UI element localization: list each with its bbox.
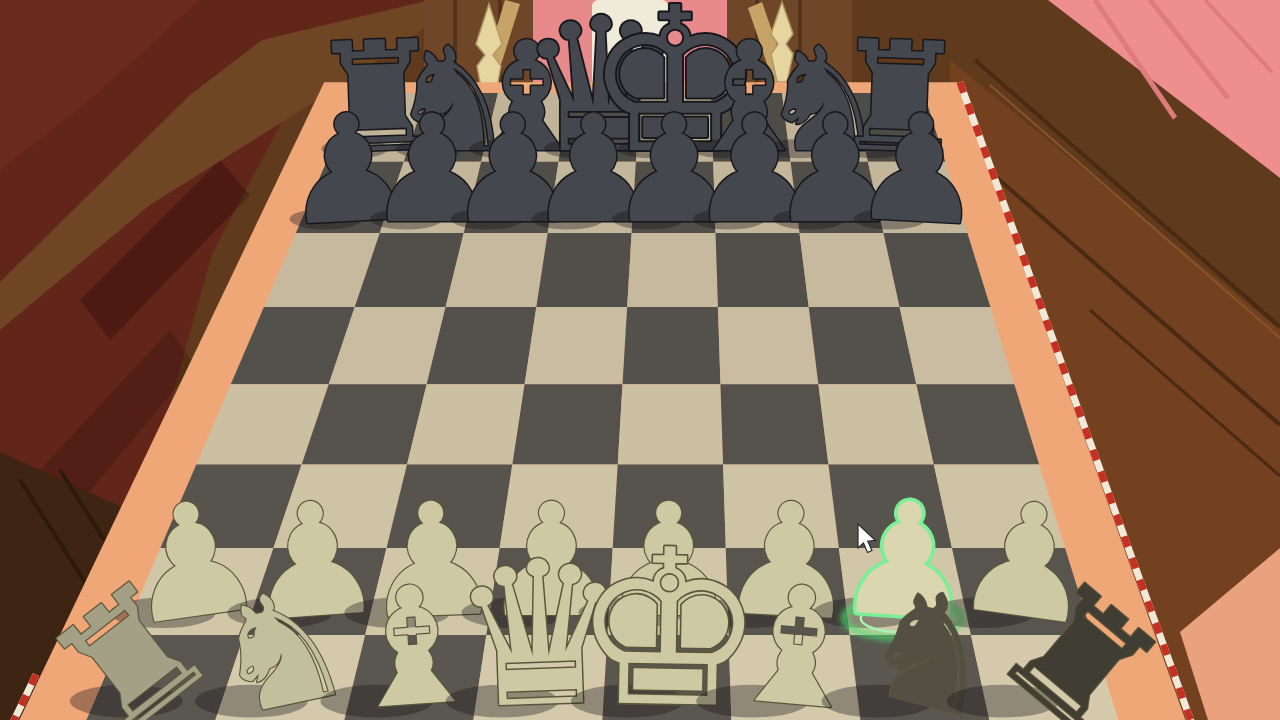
square-f5[interactable] — [718, 307, 818, 384]
square-g5[interactable] — [809, 307, 917, 384]
square-c5[interactable] — [427, 307, 537, 384]
square-e4[interactable] — [618, 384, 723, 464]
game-scene: ♜♞♝♛♚♝♞♜♟♟♟♟♟♟♟♟♟♟♟♟♟♟♟♟♜♞♝♛♚♝♞♜ — [0, 0, 1280, 720]
piece-black-pawn-h7[interactable]: ♟ — [848, 79, 990, 259]
rank-row-7: ♟♟♟♟♟♟♟♟ — [278, 79, 990, 259]
square-g4[interactable] — [818, 384, 933, 464]
game-viewport: ♜♞♝♛♚♝♞♜♟♟♟♟♟♟♟♟♟♟♟♟♟♟♟♟♜♞♝♛♚♝♞♜ — [0, 0, 1280, 720]
square-e5[interactable] — [623, 307, 721, 384]
square-d4[interactable] — [512, 384, 622, 464]
square-d5[interactable] — [525, 307, 628, 384]
square-f4[interactable] — [720, 384, 828, 464]
square-c4[interactable] — [407, 384, 525, 464]
